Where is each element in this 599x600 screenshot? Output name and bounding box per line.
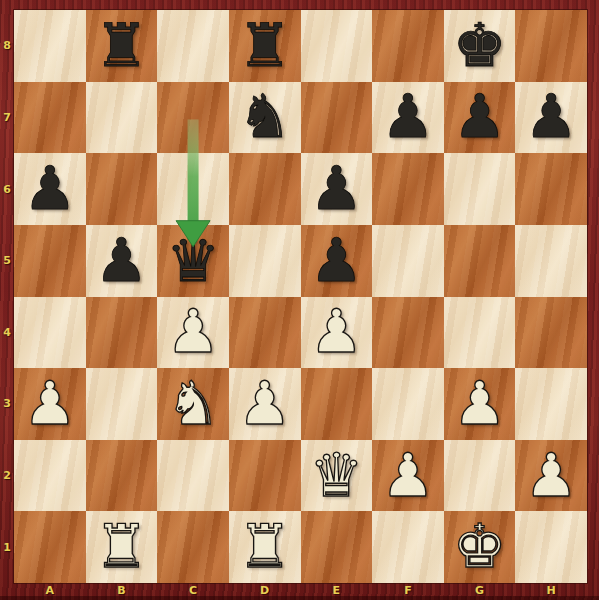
rank-label-4: 4 <box>0 297 14 369</box>
square-d1[interactable]: ♜ <box>229 511 301 583</box>
rank-label-8: 8 <box>0 10 14 82</box>
rank-label-1: 1 <box>0 511 14 583</box>
square-f8[interactable] <box>372 10 444 82</box>
rank-label-6: 6 <box>0 153 14 225</box>
piece-white-rook-b1[interactable]: ♜ <box>95 516 149 576</box>
square-f3[interactable] <box>372 368 444 440</box>
piece-white-pawn-a3[interactable]: ♟ <box>23 373 77 433</box>
rank-label-3: 3 <box>0 368 14 440</box>
file-label-c: C <box>157 583 229 597</box>
piece-black-pawn-h7[interactable]: ♟ <box>524 86 578 146</box>
piece-white-pawn-c4[interactable]: ♟ <box>166 301 220 361</box>
square-h6[interactable] <box>515 153 587 225</box>
square-a7[interactable] <box>14 82 86 154</box>
square-e3[interactable] <box>301 368 373 440</box>
piece-white-pawn-h2[interactable]: ♟ <box>524 445 578 505</box>
piece-white-knight-c3[interactable]: ♞ <box>166 373 220 433</box>
square-b8[interactable]: ♜ <box>86 10 158 82</box>
square-g1[interactable]: ♚ <box>444 511 516 583</box>
square-a1[interactable] <box>14 511 86 583</box>
square-c7[interactable] <box>157 82 229 154</box>
square-e1[interactable] <box>301 511 373 583</box>
square-c8[interactable] <box>157 10 229 82</box>
piece-white-pawn-f2[interactable]: ♟ <box>381 445 435 505</box>
square-g3[interactable]: ♟ <box>444 368 516 440</box>
square-g6[interactable] <box>444 153 516 225</box>
file-label-d: D <box>229 583 301 597</box>
square-d3[interactable]: ♟ <box>229 368 301 440</box>
square-a2[interactable] <box>14 440 86 512</box>
piece-black-rook-d8[interactable]: ♜ <box>238 15 292 75</box>
square-a3[interactable]: ♟ <box>14 368 86 440</box>
piece-black-knight-d7[interactable]: ♞ <box>238 86 292 146</box>
square-f6[interactable] <box>372 153 444 225</box>
square-g7[interactable]: ♟ <box>444 82 516 154</box>
square-d6[interactable] <box>229 153 301 225</box>
square-f1[interactable] <box>372 511 444 583</box>
square-c6[interactable] <box>157 153 229 225</box>
square-g2[interactable] <box>444 440 516 512</box>
square-b1[interactable]: ♜ <box>86 511 158 583</box>
square-g4[interactable] <box>444 297 516 369</box>
square-b5[interactable]: ♟ <box>86 225 158 297</box>
piece-white-queen-e2[interactable]: ♛ <box>309 445 363 505</box>
rank-label-7: 7 <box>0 82 14 154</box>
file-label-e: E <box>301 583 373 597</box>
piece-black-queen-c5[interactable]: ♛ <box>166 230 220 290</box>
piece-black-pawn-b5[interactable]: ♟ <box>95 230 149 290</box>
square-b2[interactable] <box>86 440 158 512</box>
square-a5[interactable] <box>14 225 86 297</box>
square-f5[interactable] <box>372 225 444 297</box>
square-e6[interactable]: ♟ <box>301 153 373 225</box>
square-d8[interactable]: ♜ <box>229 10 301 82</box>
piece-white-pawn-e4[interactable]: ♟ <box>309 301 363 361</box>
rank-label-2: 2 <box>0 440 14 512</box>
square-c2[interactable] <box>157 440 229 512</box>
square-d7[interactable]: ♞ <box>229 82 301 154</box>
square-h8[interactable] <box>515 10 587 82</box>
square-h2[interactable]: ♟ <box>515 440 587 512</box>
square-h1[interactable] <box>515 511 587 583</box>
chessboard-frame: 87654321 ABCDEFGH ♜♜♚♞♟♟♟♟♟♟♛♟♟♟♟♞♟♟♛♟♟♜… <box>0 0 599 600</box>
square-e7[interactable] <box>301 82 373 154</box>
square-c4[interactable]: ♟ <box>157 297 229 369</box>
square-b6[interactable] <box>86 153 158 225</box>
square-a8[interactable] <box>14 10 86 82</box>
piece-black-pawn-g7[interactable]: ♟ <box>453 86 507 146</box>
square-a4[interactable] <box>14 297 86 369</box>
square-e2[interactable]: ♛ <box>301 440 373 512</box>
file-labels: ABCDEFGH <box>14 583 587 597</box>
file-label-a: A <box>14 583 86 597</box>
piece-black-pawn-e5[interactable]: ♟ <box>309 230 363 290</box>
square-g5[interactable] <box>444 225 516 297</box>
piece-black-pawn-a6[interactable]: ♟ <box>23 158 77 218</box>
file-label-g: G <box>444 583 516 597</box>
piece-black-rook-b8[interactable]: ♜ <box>95 15 149 75</box>
square-c3[interactable]: ♞ <box>157 368 229 440</box>
square-c1[interactable] <box>157 511 229 583</box>
square-d5[interactable] <box>229 225 301 297</box>
file-label-h: H <box>515 583 587 597</box>
file-label-f: F <box>372 583 444 597</box>
square-b7[interactable] <box>86 82 158 154</box>
square-h5[interactable] <box>515 225 587 297</box>
square-h7[interactable]: ♟ <box>515 82 587 154</box>
square-d2[interactable] <box>229 440 301 512</box>
piece-white-king-g1[interactable]: ♚ <box>453 516 507 576</box>
square-d4[interactable] <box>229 297 301 369</box>
square-h4[interactable] <box>515 297 587 369</box>
square-e8[interactable] <box>301 10 373 82</box>
rank-label-5: 5 <box>0 225 14 297</box>
piece-white-pawn-d3[interactable]: ♟ <box>238 373 292 433</box>
square-b3[interactable] <box>86 368 158 440</box>
square-h3[interactable] <box>515 368 587 440</box>
piece-white-pawn-g3[interactable]: ♟ <box>453 373 507 433</box>
piece-black-pawn-f7[interactable]: ♟ <box>381 86 435 146</box>
square-e5[interactable]: ♟ <box>301 225 373 297</box>
square-c5[interactable]: ♛ <box>157 225 229 297</box>
file-label-b: B <box>86 583 158 597</box>
square-g8[interactable]: ♚ <box>444 10 516 82</box>
piece-black-pawn-e6[interactable]: ♟ <box>309 158 363 218</box>
square-b4[interactable] <box>86 297 158 369</box>
square-a6[interactable]: ♟ <box>14 153 86 225</box>
square-f7[interactable]: ♟ <box>372 82 444 154</box>
square-f2[interactable]: ♟ <box>372 440 444 512</box>
chess-board: ♜♜♚♞♟♟♟♟♟♟♛♟♟♟♟♞♟♟♛♟♟♜♜♚ <box>14 10 587 583</box>
piece-white-rook-d1[interactable]: ♜ <box>238 516 292 576</box>
piece-black-king-g8[interactable]: ♚ <box>453 15 507 75</box>
rank-labels: 87654321 <box>0 10 14 583</box>
square-f4[interactable] <box>372 297 444 369</box>
square-e4[interactable]: ♟ <box>301 297 373 369</box>
